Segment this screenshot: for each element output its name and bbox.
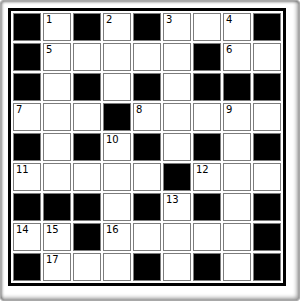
cell-r9c1	[13, 253, 41, 281]
cell-r3c5	[133, 73, 161, 101]
clue-number: 10	[106, 134, 119, 146]
clue-number: 5	[46, 44, 52, 56]
cell-r6c6	[163, 163, 191, 191]
cell-r9c5	[133, 253, 161, 281]
cell-r2c8[interactable]: 6	[223, 43, 251, 71]
clue-number: 17	[46, 254, 59, 266]
cell-r1c8[interactable]: 4	[223, 13, 251, 41]
cell-r8c1[interactable]: 14	[13, 223, 41, 251]
cell-r1c1	[13, 13, 41, 41]
cell-r1c4[interactable]: 2	[103, 13, 131, 41]
cell-r4c2[interactable]	[43, 103, 71, 131]
clue-number: 11	[16, 164, 29, 176]
clue-number: 15	[46, 224, 59, 236]
cell-r8c8[interactable]	[223, 223, 251, 251]
cell-r5c2[interactable]	[43, 133, 71, 161]
clue-number: 8	[136, 104, 142, 116]
cell-r8c7[interactable]	[193, 223, 221, 251]
cell-r1c2[interactable]: 1	[43, 13, 71, 41]
cell-r5c6[interactable]	[163, 133, 191, 161]
cell-r3c2[interactable]	[43, 73, 71, 101]
cell-r6c1[interactable]: 11	[13, 163, 41, 191]
cell-r4c3[interactable]	[73, 103, 101, 131]
cell-r8c4[interactable]: 16	[103, 223, 131, 251]
clue-number: 13	[166, 194, 179, 206]
clue-number: 3	[166, 14, 172, 26]
cell-r6c7[interactable]: 12	[193, 163, 221, 191]
cell-r2c5[interactable]	[133, 43, 161, 71]
cell-r3c8	[223, 73, 251, 101]
cell-r3c6[interactable]	[163, 73, 191, 101]
cell-r1c9	[253, 13, 281, 41]
cell-r5c7	[193, 133, 221, 161]
cell-r2c4[interactable]	[103, 43, 131, 71]
crossword-page: 1234567891011121314151617	[0, 0, 300, 301]
cell-r9c8[interactable]	[223, 253, 251, 281]
cell-r5c8[interactable]	[223, 133, 251, 161]
cell-r5c3	[73, 133, 101, 161]
cell-r8c2[interactable]: 15	[43, 223, 71, 251]
cell-r9c9	[253, 253, 281, 281]
cell-r4c1[interactable]: 7	[13, 103, 41, 131]
cell-r6c5[interactable]	[133, 163, 161, 191]
cell-r7c2	[43, 193, 71, 221]
clue-number: 4	[226, 14, 232, 26]
cell-r2c7	[193, 43, 221, 71]
cell-r2c1	[13, 43, 41, 71]
cell-r1c6[interactable]: 3	[163, 13, 191, 41]
cell-r4c7[interactable]	[193, 103, 221, 131]
cell-r7c7	[193, 193, 221, 221]
cell-r1c5	[133, 13, 161, 41]
cell-r3c3	[73, 73, 101, 101]
cell-r1c3	[73, 13, 101, 41]
cell-r8c5[interactable]	[133, 223, 161, 251]
cell-r8c3	[73, 223, 101, 251]
clue-number: 2	[106, 14, 112, 26]
cell-r2c3[interactable]	[73, 43, 101, 71]
cell-r3c9	[253, 73, 281, 101]
cell-r9c3[interactable]	[73, 253, 101, 281]
cell-r3c7	[193, 73, 221, 101]
cell-r5c5	[133, 133, 161, 161]
cell-r9c7	[193, 253, 221, 281]
clue-number: 1	[46, 14, 52, 26]
cell-r8c9	[253, 223, 281, 251]
cell-r2c2[interactable]: 5	[43, 43, 71, 71]
cell-r4c5[interactable]: 8	[133, 103, 161, 131]
cell-r6c4[interactable]	[103, 163, 131, 191]
clue-number: 16	[106, 224, 119, 236]
cell-r1c7[interactable]	[193, 13, 221, 41]
cell-r3c1	[13, 73, 41, 101]
cell-r9c2[interactable]: 17	[43, 253, 71, 281]
cell-r7c5	[133, 193, 161, 221]
cell-r9c6[interactable]	[163, 253, 191, 281]
clue-number: 7	[16, 104, 22, 116]
cell-r6c9[interactable]	[253, 163, 281, 191]
clue-number: 12	[196, 164, 209, 176]
cell-r6c8[interactable]	[223, 163, 251, 191]
clue-number: 6	[226, 44, 232, 56]
cell-r5c1	[13, 133, 41, 161]
cell-r4c8[interactable]: 9	[223, 103, 251, 131]
cell-r4c4	[103, 103, 131, 131]
cell-r7c1	[13, 193, 41, 221]
cell-r4c6[interactable]	[163, 103, 191, 131]
cell-r7c8[interactable]	[223, 193, 251, 221]
cell-r2c6[interactable]	[163, 43, 191, 71]
clue-number: 14	[16, 224, 29, 236]
cell-r7c9	[253, 193, 281, 221]
cell-r7c4[interactable]	[103, 193, 131, 221]
cell-r5c9	[253, 133, 281, 161]
cell-r5c4[interactable]: 10	[103, 133, 131, 161]
cell-r7c3	[73, 193, 101, 221]
cell-r8c6[interactable]	[163, 223, 191, 251]
cell-r6c2[interactable]	[43, 163, 71, 191]
cell-r6c3[interactable]	[73, 163, 101, 191]
clue-number: 9	[226, 104, 232, 116]
cell-r3c4[interactable]	[103, 73, 131, 101]
cell-r9c4[interactable]	[103, 253, 131, 281]
crossword-grid: 1234567891011121314151617	[8, 8, 286, 286]
cell-r7c6[interactable]: 13	[163, 193, 191, 221]
cell-r2c9[interactable]	[253, 43, 281, 71]
cell-r4c9[interactable]	[253, 103, 281, 131]
